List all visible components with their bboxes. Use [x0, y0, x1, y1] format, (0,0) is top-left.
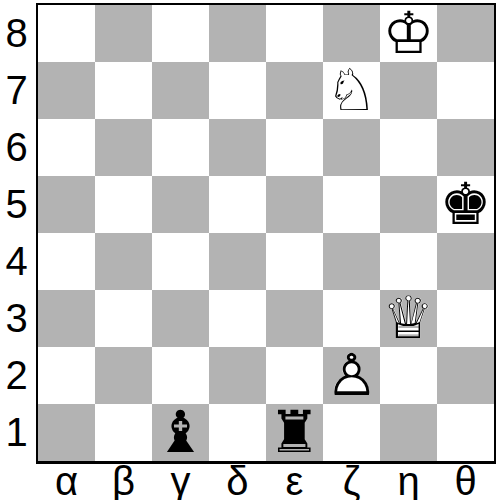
square-γ1[interactable]: ♝ — [152, 404, 209, 461]
square-α3[interactable] — [38, 290, 95, 347]
black-bishop-piece: ♝ — [152, 404, 209, 461]
square-δ2[interactable] — [209, 347, 266, 404]
square-η3[interactable]: ♛♕ — [380, 290, 437, 347]
rank-labels: 87654321 — [0, 5, 33, 461]
chess-board: ♚♔♞♘♚♛♕♟♙♝♜ — [36, 3, 496, 464]
square-δ7[interactable] — [209, 62, 266, 119]
square-β8[interactable] — [95, 5, 152, 62]
square-γ7[interactable] — [152, 62, 209, 119]
square-α7[interactable] — [38, 62, 95, 119]
square-ε5[interactable] — [266, 176, 323, 233]
square-δ5[interactable] — [209, 176, 266, 233]
square-α6[interactable] — [38, 119, 95, 176]
rank-label-3: 3 — [0, 290, 33, 347]
black-king-piece: ♚ — [437, 176, 494, 233]
square-θ2[interactable] — [437, 347, 494, 404]
square-δ4[interactable] — [209, 233, 266, 290]
square-β1[interactable] — [95, 404, 152, 461]
square-ζ4[interactable] — [323, 233, 380, 290]
file-label-α: α — [38, 463, 95, 500]
rank-label-1: 1 — [0, 404, 33, 461]
square-β5[interactable] — [95, 176, 152, 233]
square-ε7[interactable] — [266, 62, 323, 119]
square-α8[interactable] — [38, 5, 95, 62]
square-θ5[interactable]: ♚ — [437, 176, 494, 233]
rank-label-8: 8 — [0, 5, 33, 62]
piece-outline: ♔ — [383, 5, 435, 62]
square-θ6[interactable] — [437, 119, 494, 176]
piece-outline: ♘ — [326, 62, 378, 119]
piece-solid: ♚ — [440, 176, 492, 233]
square-α1[interactable] — [38, 404, 95, 461]
square-α2[interactable] — [38, 347, 95, 404]
file-label-ε: ε — [266, 463, 323, 500]
black-rook-piece: ♜ — [266, 404, 323, 461]
square-η5[interactable] — [380, 176, 437, 233]
square-ζ5[interactable] — [323, 176, 380, 233]
square-ζ8[interactable] — [323, 5, 380, 62]
square-γ8[interactable] — [152, 5, 209, 62]
file-label-θ: θ — [437, 463, 494, 500]
square-ζ3[interactable] — [323, 290, 380, 347]
square-η8[interactable]: ♚♔ — [380, 5, 437, 62]
square-α5[interactable] — [38, 176, 95, 233]
file-labels: αβγδεζηθ — [38, 463, 494, 500]
rank-label-7: 7 — [0, 62, 33, 119]
square-η6[interactable] — [380, 119, 437, 176]
file-label-δ: δ — [209, 463, 266, 500]
square-δ1[interactable] — [209, 404, 266, 461]
square-δ3[interactable] — [209, 290, 266, 347]
square-θ1[interactable] — [437, 404, 494, 461]
white-knight-piece: ♞♘ — [323, 62, 380, 119]
square-η4[interactable] — [380, 233, 437, 290]
square-ζ7[interactable]: ♞♘ — [323, 62, 380, 119]
square-ε4[interactable] — [266, 233, 323, 290]
square-γ3[interactable] — [152, 290, 209, 347]
square-η2[interactable] — [380, 347, 437, 404]
white-king-piece: ♚♔ — [380, 5, 437, 62]
square-γ4[interactable] — [152, 233, 209, 290]
square-η7[interactable] — [380, 62, 437, 119]
square-δ8[interactable] — [209, 5, 266, 62]
square-ε1[interactable]: ♜ — [266, 404, 323, 461]
square-ζ1[interactable] — [323, 404, 380, 461]
square-ζ6[interactable] — [323, 119, 380, 176]
square-α4[interactable] — [38, 233, 95, 290]
square-γ5[interactable] — [152, 176, 209, 233]
square-η1[interactable] — [380, 404, 437, 461]
square-ε2[interactable] — [266, 347, 323, 404]
rank-label-4: 4 — [0, 233, 33, 290]
file-label-β: β — [95, 463, 152, 500]
square-θ7[interactable] — [437, 62, 494, 119]
square-β4[interactable] — [95, 233, 152, 290]
square-ε3[interactable] — [266, 290, 323, 347]
chess-diagram: 87654321 ♚♔♞♘♚♛♕♟♙♝♜ αβγδεζηθ — [0, 0, 500, 500]
square-θ4[interactable] — [437, 233, 494, 290]
square-θ8[interactable] — [437, 5, 494, 62]
square-γ2[interactable] — [152, 347, 209, 404]
white-pawn-piece: ♟♙ — [323, 347, 380, 404]
file-label-η: η — [380, 463, 437, 500]
piece-outline: ♕ — [383, 290, 435, 347]
piece-outline: ♙ — [326, 347, 378, 404]
square-γ6[interactable] — [152, 119, 209, 176]
piece-solid: ♜ — [269, 404, 321, 461]
rank-label-6: 6 — [0, 119, 33, 176]
piece-solid: ♝ — [155, 404, 207, 461]
square-β6[interactable] — [95, 119, 152, 176]
square-ε6[interactable] — [266, 119, 323, 176]
rank-label-5: 5 — [0, 176, 33, 233]
square-δ6[interactable] — [209, 119, 266, 176]
square-β3[interactable] — [95, 290, 152, 347]
square-θ3[interactable] — [437, 290, 494, 347]
rank-label-2: 2 — [0, 347, 33, 404]
file-label-ζ: ζ — [323, 463, 380, 500]
square-β7[interactable] — [95, 62, 152, 119]
square-ε8[interactable] — [266, 5, 323, 62]
square-ζ2[interactable]: ♟♙ — [323, 347, 380, 404]
file-label-γ: γ — [152, 463, 209, 500]
white-queen-piece: ♛♕ — [380, 290, 437, 347]
square-β2[interactable] — [95, 347, 152, 404]
